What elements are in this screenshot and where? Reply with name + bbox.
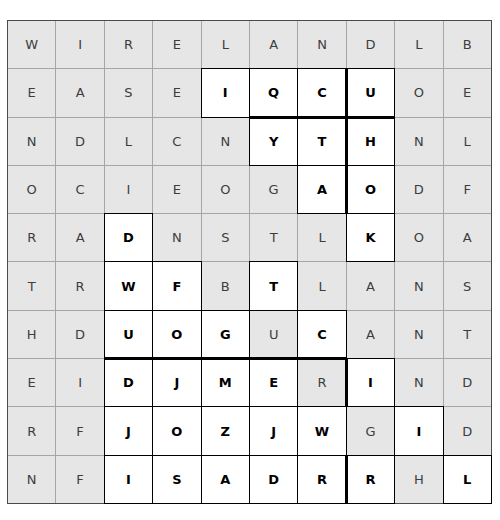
cell-r5c8[interactable]: K — [347, 214, 394, 261]
cell-r9c5[interactable]: Z — [202, 407, 249, 454]
cell-r1c1[interactable]: W — [8, 21, 55, 68]
cell-r8c7[interactable]: R — [298, 359, 345, 406]
grid-cells: WIRELANDLBEASEIQCUOENDLCNYTHNLOCIEOGAODF… — [8, 21, 491, 503]
cell-r1c6[interactable]: A — [250, 21, 297, 68]
cell-r5c2[interactable]: A — [56, 214, 103, 261]
cell-r7c7[interactable]: C — [298, 311, 345, 358]
cell-r7c1[interactable]: H — [8, 311, 55, 358]
cell-r4c6[interactable]: G — [250, 166, 297, 213]
cell-r7c10[interactable]: T — [444, 311, 491, 358]
cell-r2c8[interactable]: U — [347, 69, 394, 116]
cell-r2c2[interactable]: A — [56, 69, 103, 116]
cell-r6c6[interactable]: T — [250, 262, 297, 309]
cell-r7c9[interactable]: N — [395, 311, 442, 358]
cell-r1c4[interactable]: E — [153, 21, 200, 68]
cell-r2c9[interactable]: O — [395, 69, 442, 116]
cell-r6c4[interactable]: F — [153, 262, 200, 309]
cell-r2c4[interactable]: E — [153, 69, 200, 116]
word-search-page: { "game": "word-search", "board_style": … — [0, 0, 500, 520]
cell-r4c9[interactable]: D — [395, 166, 442, 213]
cell-r7c3[interactable]: U — [105, 311, 152, 358]
cell-r9c7[interactable]: W — [298, 407, 345, 454]
cell-r10c1[interactable]: N — [8, 456, 55, 503]
cell-r3c7[interactable]: T — [298, 118, 345, 165]
cell-r3c4[interactable]: C — [153, 118, 200, 165]
cell-r10c2[interactable]: F — [56, 456, 103, 503]
cell-r2c3[interactable]: S — [105, 69, 152, 116]
cell-r9c6[interactable]: J — [250, 407, 297, 454]
cell-r5c3[interactable]: D — [105, 214, 152, 261]
cell-r2c6[interactable]: Q — [250, 69, 297, 116]
cell-r10c10[interactable]: L — [444, 456, 491, 503]
cell-r9c10[interactable]: D — [444, 407, 491, 454]
cell-r9c1[interactable]: R — [8, 407, 55, 454]
cell-r8c4[interactable]: J — [153, 359, 200, 406]
cell-r3c5[interactable]: N — [202, 118, 249, 165]
cell-r10c3[interactable]: I — [105, 456, 152, 503]
cell-r4c1[interactable]: O — [8, 166, 55, 213]
cell-r3c9[interactable]: N — [395, 118, 442, 165]
cell-r2c10[interactable]: E — [444, 69, 491, 116]
cell-r5c1[interactable]: R — [8, 214, 55, 261]
cell-r3c1[interactable]: N — [8, 118, 55, 165]
cell-r4c2[interactable]: C — [56, 166, 103, 213]
cell-r5c4[interactable]: N — [153, 214, 200, 261]
cell-r8c1[interactable]: E — [8, 359, 55, 406]
cell-r4c3[interactable]: I — [105, 166, 152, 213]
cell-r5c5[interactable]: S — [202, 214, 249, 261]
cell-r2c1[interactable]: E — [8, 69, 55, 116]
cell-r6c2[interactable]: R — [56, 262, 103, 309]
cell-r9c2[interactable]: F — [56, 407, 103, 454]
cell-r3c6[interactable]: Y — [250, 118, 297, 165]
cell-r10c6[interactable]: D — [250, 456, 297, 503]
cell-r6c8[interactable]: A — [347, 262, 394, 309]
cell-r3c8[interactable]: H — [347, 118, 394, 165]
cell-r1c5[interactable]: L — [202, 21, 249, 68]
cell-r7c4[interactable]: O — [153, 311, 200, 358]
cell-r5c7[interactable]: L — [298, 214, 345, 261]
word-search-grid: WIRELANDLBEASEIQCUOENDLCNYTHNLOCIEOGAODF… — [7, 20, 492, 504]
cell-r2c7[interactable]: C — [298, 69, 345, 116]
cell-r8c10[interactable]: D — [444, 359, 491, 406]
cell-r5c10[interactable]: A — [444, 214, 491, 261]
cell-r10c5[interactable]: A — [202, 456, 249, 503]
cell-r8c2[interactable]: I — [56, 359, 103, 406]
cell-r5c6[interactable]: T — [250, 214, 297, 261]
cell-r6c3[interactable]: W — [105, 262, 152, 309]
cell-r4c7[interactable]: A — [298, 166, 345, 213]
cell-r4c4[interactable]: E — [153, 166, 200, 213]
cell-r6c9[interactable]: N — [395, 262, 442, 309]
cell-r6c5[interactable]: B — [202, 262, 249, 309]
cell-r8c9[interactable]: N — [395, 359, 442, 406]
cell-r2c5[interactable]: I — [202, 69, 249, 116]
cell-r3c10[interactable]: L — [444, 118, 491, 165]
cell-r1c9[interactable]: L — [395, 21, 442, 68]
cell-r4c8[interactable]: O — [347, 166, 394, 213]
cell-r1c3[interactable]: R — [105, 21, 152, 68]
cell-r7c5[interactable]: G — [202, 311, 249, 358]
cell-r10c7[interactable]: R — [298, 456, 345, 503]
cell-r8c3[interactable]: D — [105, 359, 152, 406]
cell-r6c10[interactable]: S — [444, 262, 491, 309]
cell-r1c10[interactable]: B — [444, 21, 491, 68]
cell-r4c5[interactable]: O — [202, 166, 249, 213]
cell-r6c7[interactable]: L — [298, 262, 345, 309]
cell-r1c2[interactable]: I — [56, 21, 103, 68]
cell-r9c4[interactable]: O — [153, 407, 200, 454]
cell-r7c8[interactable]: A — [347, 311, 394, 358]
cell-r1c7[interactable]: N — [298, 21, 345, 68]
cell-r3c2[interactable]: D — [56, 118, 103, 165]
cell-r10c9[interactable]: H — [395, 456, 442, 503]
cell-r4c10[interactable]: F — [444, 166, 491, 213]
cell-r8c8[interactable]: I — [347, 359, 394, 406]
cell-r9c9[interactable]: I — [395, 407, 442, 454]
cell-r10c8[interactable]: R — [347, 456, 394, 503]
cell-r5c9[interactable]: O — [395, 214, 442, 261]
cell-r9c8[interactable]: G — [347, 407, 394, 454]
cell-r1c8[interactable]: D — [347, 21, 394, 68]
cell-r3c3[interactable]: L — [105, 118, 152, 165]
cell-r10c4[interactable]: S — [153, 456, 200, 503]
cell-r6c1[interactable]: T — [8, 262, 55, 309]
cell-r8c5[interactable]: M — [202, 359, 249, 406]
cell-r7c6[interactable]: U — [250, 311, 297, 358]
cell-r9c3[interactable]: J — [105, 407, 152, 454]
cell-r7c2[interactable]: D — [56, 311, 103, 358]
cell-r8c6[interactable]: E — [250, 359, 297, 406]
